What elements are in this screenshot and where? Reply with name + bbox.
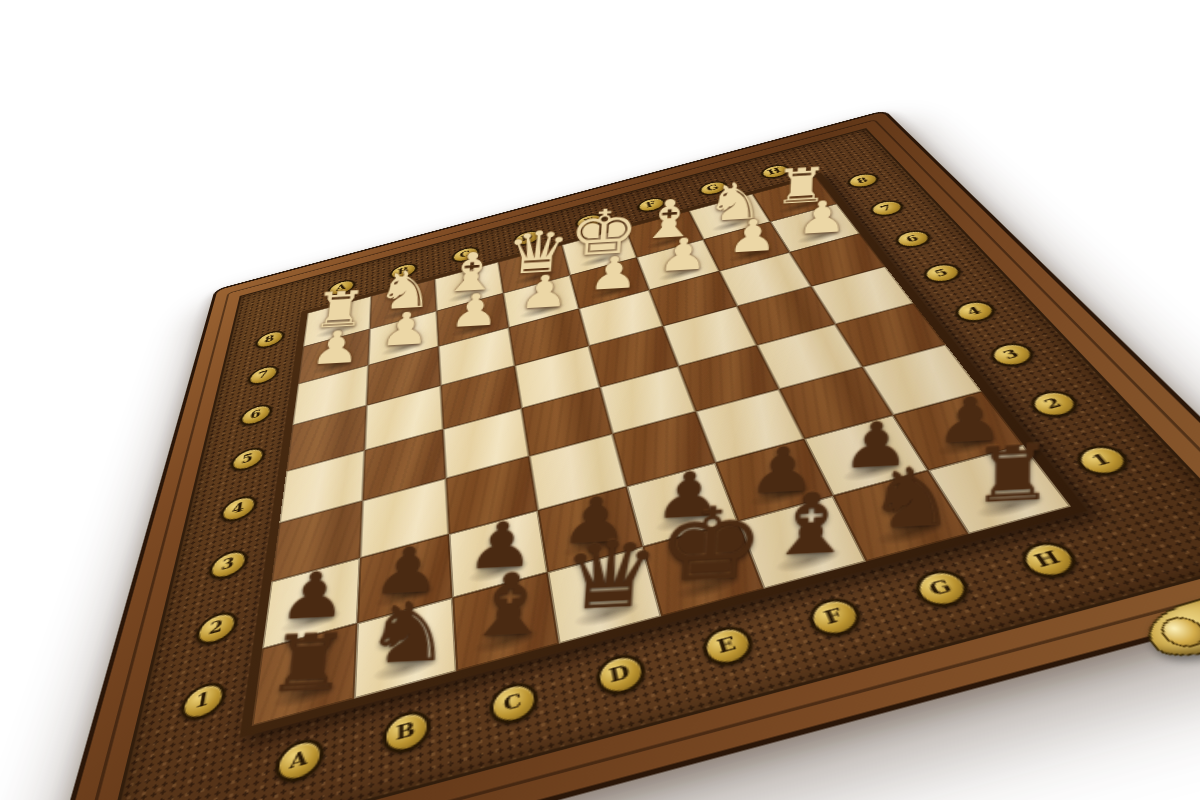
- coord-rank-3-medallion: 3: [983, 339, 1039, 370]
- light-pawn[interactable]: ♟: [448, 289, 501, 333]
- dark-bishop[interactable]: ♝: [461, 565, 557, 647]
- dark-rook[interactable]: ♜: [263, 626, 352, 701]
- coord-rank-2-medallion: 2: [1023, 387, 1084, 421]
- light-pawn[interactable]: ♟: [796, 196, 848, 240]
- coord-rank-6-medallion: 6: [890, 227, 935, 250]
- coord-rank-8-medallion: 8: [253, 328, 285, 351]
- dark-king[interactable]: ♚: [655, 497, 767, 593]
- dark-knight[interactable]: ♞: [361, 593, 456, 674]
- coord-rank-2-medallion: 2: [192, 607, 239, 648]
- light-pawn[interactable]: ♟: [379, 307, 433, 351]
- coord-rank-8-medallion: 8: [843, 171, 882, 191]
- light-pawn[interactable]: ♟: [726, 214, 778, 258]
- dark-bishop[interactable]: ♝: [764, 485, 858, 566]
- coord-rank-1-medallion: 1: [177, 678, 228, 725]
- square-e4[interactable]: [600, 366, 696, 434]
- chess-board: ♜♞♝♛♚♝♞♜♟♟♟♟♟♟♟♟♟♟♟♟♟♟♟♟♜♞♝♛♚♝♞♜ ABCDEFG…: [30, 110, 1200, 800]
- dark-queen[interactable]: ♛: [558, 531, 662, 620]
- light-pawn[interactable]: ♟: [587, 251, 640, 295]
- dark-rook[interactable]: ♜: [970, 438, 1054, 512]
- dark-knight[interactable]: ♞: [866, 459, 957, 539]
- coord-rank-6-medallion: 6: [237, 401, 273, 428]
- light-pawn[interactable]: ♟: [657, 233, 709, 277]
- coord-rank-3-medallion: 3: [206, 546, 249, 583]
- photo-background: ♜♞♝♛♚♝♞♜♟♟♟♟♟♟♟♟♟♟♟♟♟♟♟♟♜♞♝♛♚♝♞♜ ABCDEFG…: [0, 0, 1200, 800]
- light-pawn[interactable]: ♟: [309, 326, 363, 370]
- light-pawn[interactable]: ♟: [518, 270, 571, 314]
